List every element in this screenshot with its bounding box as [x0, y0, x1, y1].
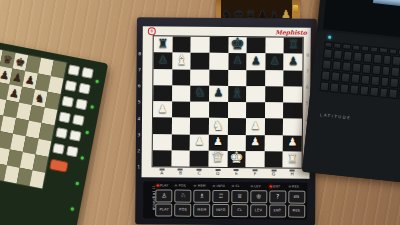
pos-button[interactable]: POS	[174, 203, 191, 216]
laptop-key[interactable]	[371, 64, 381, 75]
mem-button[interactable]: MEM	[193, 204, 210, 217]
square-c1[interactable]	[190, 150, 209, 166]
square-f3[interactable]: ♟	[246, 118, 265, 134]
left-device-button[interactable]	[72, 114, 85, 126]
laptop-key[interactable]	[342, 43, 351, 50]
laptop-key[interactable]	[321, 70, 331, 81]
led-label: RES	[292, 185, 299, 189]
laptop-key[interactable]	[379, 87, 389, 98]
square-d7[interactable]	[209, 53, 228, 69]
red-circle-mark: 6	[148, 27, 156, 35]
res-button[interactable]: RES	[288, 204, 305, 217]
piece-white-king[interactable]: ♚	[229, 150, 243, 166]
square-g6[interactable]	[265, 70, 284, 86]
laptop-key[interactable]	[360, 74, 370, 85]
rank-label-8: 8	[137, 45, 143, 61]
laptop-key[interactable]	[372, 53, 382, 64]
square-f8[interactable]	[247, 37, 266, 53]
square-b7[interactable]: ♝	[172, 53, 191, 69]
square-h4[interactable]	[283, 103, 302, 119]
laptop-key[interactable]	[391, 66, 400, 77]
square-e3[interactable]	[227, 118, 246, 134]
rank-label-5: 5	[136, 94, 142, 110]
led-cl	[231, 185, 234, 187]
led-mem	[194, 185, 197, 187]
laptop-key[interactable]	[370, 75, 380, 86]
panel-column-ent: ENT?ENT	[268, 184, 286, 217]
laptop-key[interactable]	[380, 76, 390, 87]
laptop-key[interactable]	[324, 41, 333, 48]
panel-column-cl: CL♕CL	[231, 184, 249, 217]
laptop-key[interactable]	[330, 71, 340, 82]
piece-black-pawn[interactable]: ♟	[251, 55, 261, 66]
piece-white-bishop[interactable]: ♝	[175, 53, 188, 67]
piece-black-pawn[interactable]: ♟	[270, 55, 280, 66]
square-b3[interactable]	[172, 118, 191, 134]
square-e8[interactable]: ♚	[228, 37, 247, 53]
left-device-led	[71, 207, 75, 211]
piece-black-bishop[interactable]: ♝	[231, 86, 244, 100]
laptop-key[interactable]	[322, 59, 332, 70]
panel-column-lev: LEV♔LEV	[250, 184, 268, 217]
left-device-button[interactable]	[61, 96, 74, 108]
led-play	[156, 185, 159, 187]
square-g4[interactable]	[265, 102, 284, 118]
left-chess-computer: ♛♚♟♟♟♟♟♞♟♛♟♚	[0, 40, 108, 225]
led-info	[213, 185, 216, 187]
laptop-key[interactable]	[379, 47, 388, 54]
square-f5[interactable]	[246, 86, 265, 102]
left-device-button[interactable]	[81, 67, 94, 79]
square-d3[interactable]: ♞	[209, 118, 228, 134]
laptop-key[interactable]	[333, 42, 342, 49]
led-lev	[250, 186, 253, 188]
piece-white-pawn[interactable]: ♟	[250, 136, 260, 147]
piece-black-rook[interactable]: ♜	[288, 39, 299, 51]
square-a4[interactable]: ♟	[153, 101, 172, 117]
rank-label-7: 7	[136, 61, 142, 77]
square-d6[interactable]	[209, 69, 228, 85]
board-faceplate: 6 Mephisto 87654321 87654321 ♜♚♜♟♝♟♟♟♟♞♟…	[142, 26, 311, 178]
square-a5[interactable]	[153, 85, 172, 101]
panel-column-play: PLAY♙PLAY	[155, 183, 173, 216]
lev-button[interactable]: LEV	[250, 204, 267, 217]
piece-black-pawn[interactable]: ♟	[213, 87, 223, 98]
square-a3[interactable]	[153, 118, 172, 134]
left-board-piece[interactable]: ♟	[11, 71, 23, 84]
square-h1[interactable]: ♜	[283, 151, 302, 167]
square-g7[interactable]: ♟	[265, 54, 284, 70]
laptop-key[interactable]	[389, 88, 399, 99]
mephisto-logo: Mephisto	[275, 28, 307, 35]
led-label: CL	[235, 184, 239, 188]
laptop-key[interactable]	[352, 44, 361, 51]
square-f7[interactable]: ♟	[247, 53, 266, 69]
left-board-piece[interactable]: ♞	[34, 92, 46, 105]
square-d4[interactable]	[209, 102, 228, 118]
square-h5[interactable]	[284, 86, 303, 102]
left-device-button[interactable]	[52, 143, 65, 155]
rank-label-1: 1	[136, 159, 142, 175]
piece-black-pawn[interactable]: ♟	[288, 55, 298, 66]
file-label-c: C	[190, 168, 209, 177]
laptop-key[interactable]	[381, 65, 391, 76]
square-f6[interactable]	[246, 70, 265, 86]
laptop-key[interactable]	[319, 81, 329, 92]
file-label-f: F	[246, 168, 265, 177]
square-h2[interactable]: ♟	[283, 135, 302, 151]
laptop-key[interactable]	[390, 77, 400, 88]
piece-white-pawn[interactable]: ♟	[250, 120, 260, 131]
rank-label-2: 2	[136, 143, 142, 159]
square-b1[interactable]	[171, 150, 190, 166]
square-h6[interactable]	[284, 70, 303, 86]
square-g5[interactable]	[265, 86, 284, 102]
square-e5[interactable]: ♝	[228, 86, 247, 102]
rank-label-8: 8	[304, 47, 312, 63]
left-device-button[interactable]	[55, 127, 68, 139]
left-device-orange-button[interactable]	[49, 159, 69, 173]
square-b2[interactable]	[171, 134, 190, 150]
left-device-button[interactable]	[64, 80, 77, 92]
square-d8[interactable]	[209, 37, 228, 53]
piece-button-5[interactable]: ♕	[231, 190, 248, 203]
square-b8[interactable]	[172, 37, 191, 53]
laptop-key[interactable]	[340, 72, 350, 83]
laptop-key[interactable]	[349, 84, 359, 95]
piece-button-2[interactable]: ♘	[175, 189, 192, 202]
laptop-key[interactable]	[370, 46, 379, 53]
laptop-key[interactable]	[361, 63, 371, 74]
left-device-led	[76, 182, 80, 186]
laptop: LATITUDE	[302, 0, 400, 187]
file-label-e: E	[227, 168, 246, 177]
laptop-key[interactable]	[382, 54, 392, 65]
file-labels: ABCDEFGH	[153, 167, 302, 177]
led-label: POS	[179, 184, 186, 188]
laptop-key[interactable]	[361, 45, 370, 52]
square-h3[interactable]	[283, 119, 302, 135]
laptop-key[interactable]	[362, 52, 372, 63]
led-label: LEV	[254, 185, 261, 189]
square-a6[interactable]	[153, 69, 172, 85]
laptop-key[interactable]	[329, 82, 339, 93]
square-g2[interactable]	[264, 135, 283, 151]
file-label-d: D	[208, 168, 227, 177]
square-b6[interactable]	[172, 69, 191, 85]
left-device-led	[95, 80, 99, 84]
piece-button-7[interactable]: ?	[269, 190, 286, 203]
panel-buttons: PLAY♙PLAYPOS♘POSMEM♗MEMINFO♖INFOCL♕CLLEV…	[155, 183, 305, 217]
piece-button-8[interactable]: ▭	[288, 190, 305, 203]
chess-board: ♜♚♜♟♝♟♟♟♟♞♟♝♟♞♟♟♟♟♟♛♚♜	[153, 36, 303, 167]
piece-white-pawn[interactable]: ♟	[157, 103, 167, 114]
piece-white-pawn[interactable]: ♟	[213, 136, 223, 147]
laptop-key[interactable]	[359, 85, 369, 96]
left-board-square[interactable]	[29, 170, 45, 188]
piece-button-3[interactable]: ♗	[193, 189, 210, 202]
piece-black-pawn[interactable]: ♟	[232, 55, 242, 66]
laptop-key[interactable]	[350, 73, 360, 84]
square-g3[interactable]	[265, 119, 284, 135]
led-res	[288, 186, 291, 188]
piece-black-knight[interactable]: ♞	[194, 86, 206, 99]
square-c6[interactable]	[191, 69, 210, 85]
left-device-button[interactable]	[58, 111, 71, 123]
led-label: MEM	[198, 184, 206, 188]
cl-button[interactable]: CL	[231, 204, 248, 217]
laptop-key[interactable]	[339, 83, 349, 94]
square-c5[interactable]: ♞	[190, 85, 209, 101]
piece-black-pawn[interactable]: ♟	[158, 54, 168, 65]
file-label-b: B	[171, 168, 190, 177]
laptop-keyboard	[319, 41, 400, 104]
square-d5[interactable]: ♟	[209, 86, 228, 102]
laptop-key[interactable]	[342, 61, 352, 72]
mephisto-chess-computer: 6 Mephisto 87654321 87654321 ♜♚♜♟♝♟♟♟♟♞♟…	[135, 17, 317, 225]
rank-labels-left: 87654321	[136, 45, 143, 175]
square-a8[interactable]: ♜	[154, 36, 173, 52]
square-e1[interactable]: ♚	[227, 151, 246, 167]
panel-column-pos: POS♘POS	[174, 184, 192, 217]
led-label: PLAY	[160, 184, 168, 188]
laptop-brand: LATITUDE	[320, 112, 352, 120]
laptop-key[interactable]	[392, 55, 400, 66]
square-c7[interactable]	[191, 53, 210, 69]
laptop-key[interactable]	[388, 48, 397, 55]
square-c4[interactable]	[190, 102, 209, 118]
laptop-key[interactable]	[332, 60, 342, 71]
rank-label-3: 3	[136, 126, 142, 142]
panel-column-mem: MEM♗MEM	[193, 184, 211, 217]
square-f4[interactable]	[246, 102, 265, 118]
left-device-led	[80, 156, 84, 160]
power-led	[328, 36, 331, 39]
panel-column-res: RES▭RES	[287, 185, 305, 218]
square-f2[interactable]: ♟	[246, 135, 265, 151]
file-label-h: H	[283, 168, 302, 177]
left-board-piece[interactable]: ♛	[2, 53, 14, 66]
laptop-key[interactable]	[353, 51, 363, 62]
square-c3[interactable]	[190, 118, 209, 134]
left-device-button[interactable]	[69, 130, 82, 142]
rank-label-4: 4	[136, 110, 142, 126]
captured-pieces: ♞♚♛♟♝♟	[221, 0, 292, 19]
square-e6[interactable]	[228, 70, 247, 86]
square-c8[interactable]	[191, 37, 210, 53]
piece-white-queen[interactable]: ♛	[211, 150, 225, 165]
laptop-key[interactable]	[351, 62, 361, 73]
play-button[interactable]: PLAY	[156, 203, 173, 216]
square-e4[interactable]	[228, 102, 247, 118]
left-device-button[interactable]	[66, 145, 79, 157]
laptop-key[interactable]	[323, 48, 333, 59]
rank-label-6: 6	[136, 78, 142, 94]
square-a1[interactable]	[153, 150, 172, 166]
square-a2[interactable]	[153, 134, 172, 150]
left-board-piece[interactable]: ♟	[24, 74, 36, 87]
square-h8[interactable]: ♜	[284, 38, 303, 54]
brass-latch-icon	[293, 5, 298, 13]
laptop-deck: LATITUDE	[302, 30, 400, 187]
left-device-button[interactable]	[78, 83, 91, 95]
control-panel: mondial II PLAY♙PLAYPOS♘POSMEM♗MEMINFO♖I…	[143, 181, 307, 219]
square-a7[interactable]: ♟	[153, 53, 172, 69]
piece-white-pawn[interactable]: ♟	[194, 136, 204, 147]
table-surface: ♞♚♛♟♝♟ ♛♚♟♟♟♟♟♞♟♛♟♚ 6 Mephisto 87654321 …	[0, 0, 400, 225]
left-board-piece[interactable]: ♚	[15, 56, 27, 69]
led-label: INFO	[217, 184, 226, 188]
led-ent	[269, 186, 272, 188]
left-board-piece[interactable]: ♟	[0, 69, 11, 82]
file-label-a: A	[153, 167, 172, 176]
file-label-g: G	[264, 168, 283, 177]
square-b5[interactable]	[172, 85, 191, 101]
screen-glow	[373, 0, 400, 12]
square-g8[interactable]	[265, 37, 284, 53]
piece-button-1[interactable]: ♙	[156, 189, 173, 202]
piece-button-4[interactable]: ♖	[212, 190, 229, 203]
piece-black-king[interactable]: ♚	[230, 36, 244, 52]
left-device-button[interactable]	[67, 64, 80, 76]
square-h7[interactable]: ♟	[284, 54, 303, 70]
rank-label-7: 7	[303, 63, 311, 79]
piece-white-pawn[interactable]: ♟	[288, 137, 298, 148]
piece-button-6[interactable]: ♔	[250, 190, 267, 203]
square-e7[interactable]: ♟	[228, 53, 247, 69]
piece-black-rook[interactable]: ♜	[158, 38, 169, 50]
piece-white-rook[interactable]: ♜	[287, 152, 298, 164]
left-board-piece[interactable]: ♟	[8, 87, 20, 100]
panel-column-info: INFO♖INFO	[212, 184, 230, 217]
square-d1[interactable]: ♛	[208, 151, 227, 167]
piece-white-knight[interactable]: ♞	[212, 119, 224, 132]
laptop-key[interactable]	[369, 86, 379, 97]
square-b4[interactable]	[172, 102, 191, 118]
laptop-key[interactable]	[343, 50, 353, 61]
square-g1[interactable]	[264, 151, 283, 167]
square-c2[interactable]: ♟	[190, 134, 209, 150]
info-button[interactable]: INFO	[212, 204, 229, 217]
left-device-button[interactable]	[75, 98, 88, 110]
square-f1[interactable]	[246, 151, 265, 167]
led-label: ENT	[273, 185, 280, 189]
led-pos	[175, 185, 178, 187]
ent-button[interactable]: ENT	[269, 204, 286, 217]
laptop-key[interactable]	[333, 49, 343, 60]
